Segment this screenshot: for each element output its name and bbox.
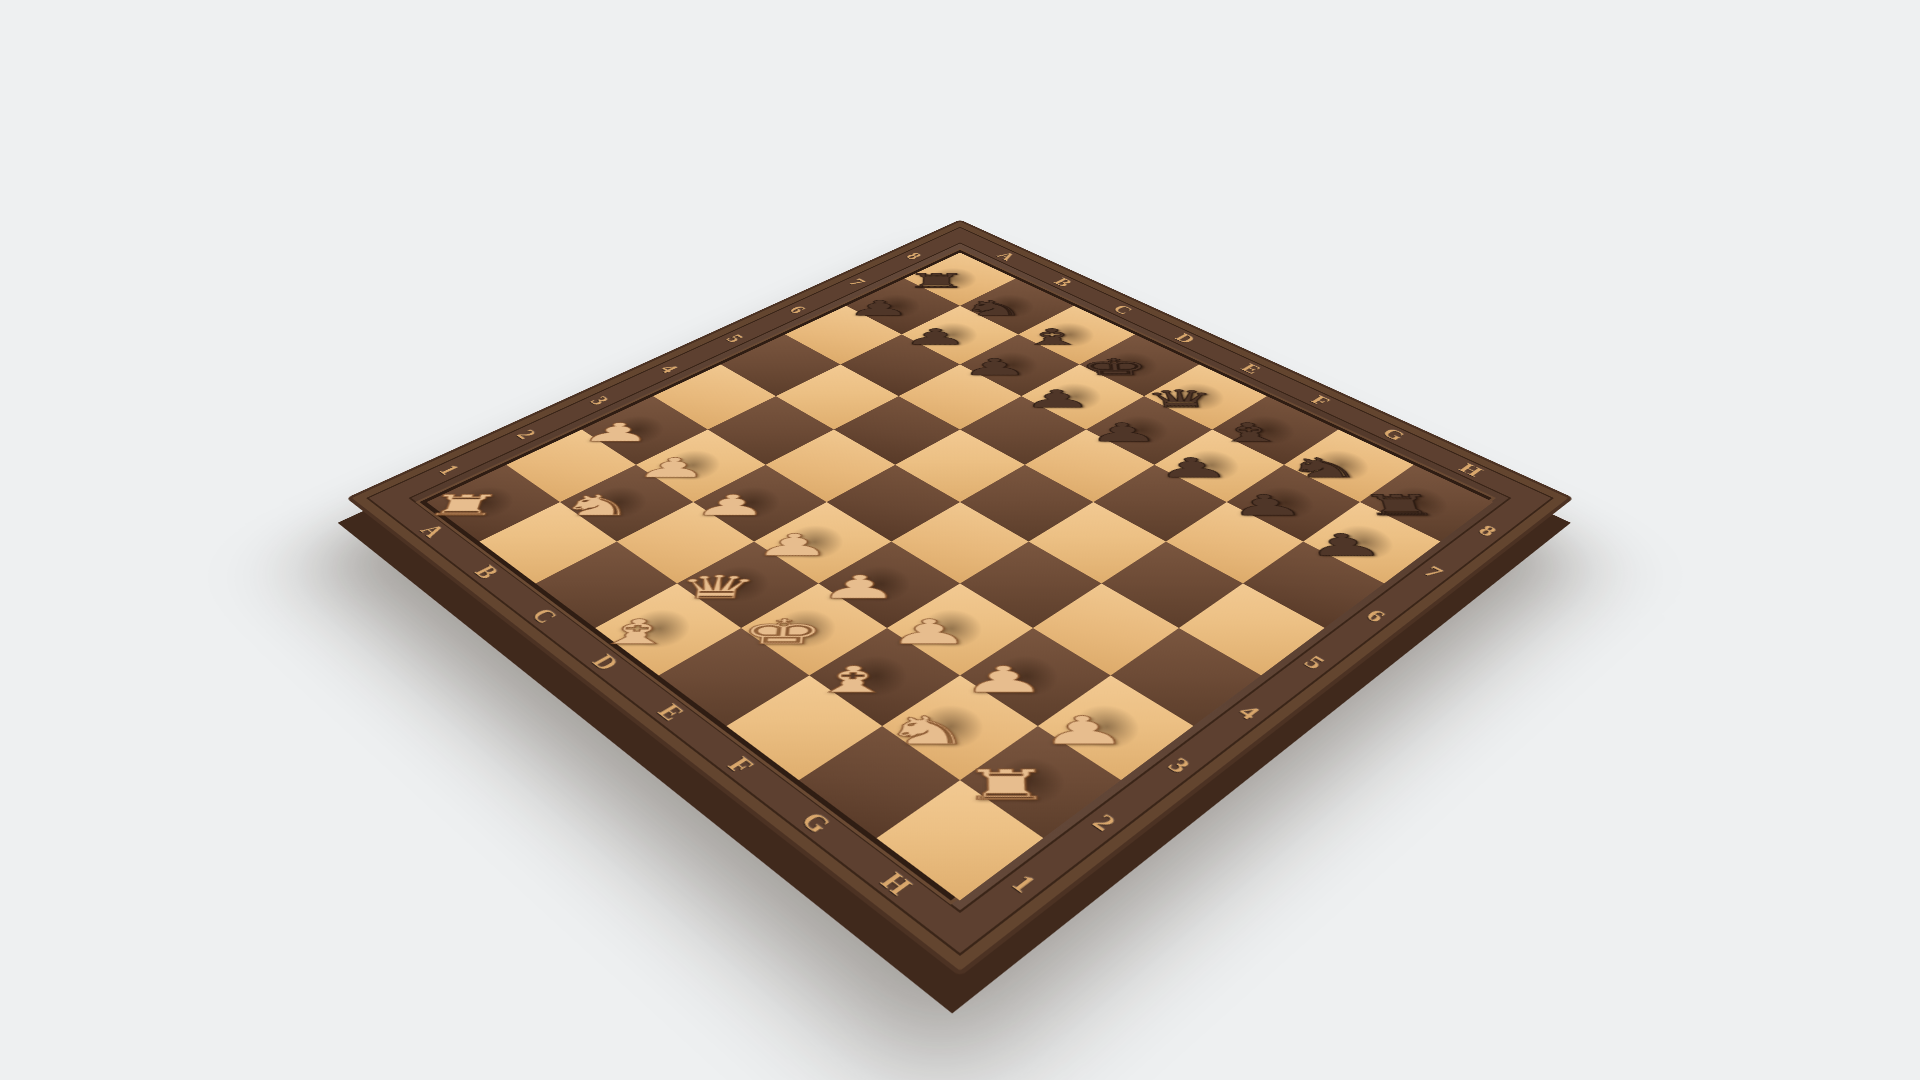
black-pawn-e7: ♟: [1085, 420, 1162, 446]
white-bishop-f2: ♝: [807, 661, 897, 698]
black-pawn-d7: ♟: [1021, 387, 1094, 411]
white-pawn-h3: ♟: [1037, 711, 1131, 750]
square-g6: [1166, 502, 1303, 583]
black-bishop-f8: ♝: [1210, 420, 1289, 446]
white-pawn-d3: ♟: [751, 530, 834, 560]
square-e2: ♚: [741, 583, 887, 675]
white-rook-h2: ♜: [960, 764, 1055, 806]
square-g3: ♟: [960, 628, 1111, 726]
square-f3: ♟: [887, 583, 1033, 675]
black-king-d8: ♚: [1079, 356, 1151, 379]
black-knight-b8: ♞: [960, 298, 1027, 319]
rank-label-right-8: 8: [1441, 502, 1533, 561]
white-pawn-b3: ♟: [632, 454, 713, 481]
square-g2: ♞: [882, 675, 1038, 780]
black-pawn-h7: ♟: [1300, 530, 1388, 560]
black-pawn-g7: ♟: [1224, 491, 1308, 520]
black-pawn-a7: ♟: [845, 298, 913, 319]
square-g5: [1101, 542, 1242, 628]
black-pawn-c7: ♟: [960, 356, 1030, 379]
black-rook-h8: ♜: [1357, 491, 1444, 520]
square-d3: ♟: [754, 502, 891, 583]
black-bishop-c8: ♝: [1018, 326, 1087, 348]
white-king-e2: ♚: [738, 615, 827, 649]
square-g4: [1033, 583, 1179, 675]
white-pawn-e3: ♟: [816, 571, 901, 603]
black-pawn-b7: ♟: [901, 326, 969, 348]
square-c2: [617, 502, 754, 583]
square-f2: ♝: [809, 628, 960, 726]
black-rook-a8: ♜: [904, 271, 969, 291]
chess-board: ABCDEFGH ABCDEFGH 87654321 87654321 ♜♞♝♚…: [346, 220, 1574, 977]
white-pawn-c3: ♟: [690, 491, 772, 520]
white-knight-g2: ♞: [881, 711, 973, 750]
black-pawn-f7: ♟: [1153, 454, 1233, 481]
white-pawn-a3: ♟: [577, 420, 657, 446]
square-f4: [960, 542, 1101, 628]
white-queen-d2: ♛: [673, 571, 761, 603]
black-knight-g8: ♞: [1281, 454, 1364, 481]
square-f5: [1029, 502, 1166, 583]
squares: ♜♞♝♚♛♝♞♜♟♟♟♟♟♟♟♟♟♟♟♟♟♟♟♟♞♛♚♝♞♜♜♝: [420, 250, 1492, 901]
white-knight-b2: ♞: [555, 491, 640, 520]
white-pawn-f3: ♟: [886, 615, 972, 649]
square-d2: ♛: [677, 542, 818, 628]
scene: ABCDEFGH ABCDEFGH 87654321 87654321 ♜♞♝♚…: [0, 0, 1920, 1080]
square-e4: [891, 502, 1028, 583]
square-b1: [479, 502, 616, 583]
black-queen-e8: ♛: [1143, 387, 1219, 411]
square-e3: ♟: [819, 542, 960, 628]
square-h7: ♟: [1303, 502, 1440, 583]
white-pawn-g3: ♟: [960, 661, 1049, 698]
